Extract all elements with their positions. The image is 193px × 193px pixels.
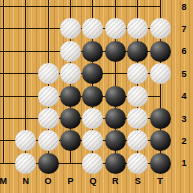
stone-white-N1[interactable]: [15, 153, 36, 174]
stone-white-Q1[interactable]: [82, 153, 103, 174]
stone-black-R3[interactable]: [105, 108, 126, 129]
row-label-7: 7: [181, 24, 186, 33]
stone-white-R7[interactable]: [105, 18, 126, 39]
stone-white-S3[interactable]: [127, 108, 148, 129]
stone-white-Q7[interactable]: [82, 18, 103, 39]
stone-white-Q2[interactable]: [82, 130, 103, 151]
stone-black-O1[interactable]: [38, 153, 59, 174]
row-label-5: 5: [181, 69, 186, 78]
stone-black-Q6[interactable]: [82, 41, 103, 62]
stone-white-S1[interactable]: [127, 153, 148, 174]
stone-black-T6[interactable]: [150, 41, 171, 62]
stone-white-T7[interactable]: [150, 18, 171, 39]
stone-black-R4[interactable]: [105, 86, 126, 107]
stone-black-Q5[interactable]: [82, 63, 103, 84]
stone-white-O4[interactable]: [38, 86, 59, 107]
stone-white-P6[interactable]: [60, 41, 81, 62]
row-label-6: 6: [181, 47, 186, 56]
col-label-M: M: [0, 176, 7, 185]
stone-black-R1[interactable]: [105, 153, 126, 174]
row-label-4: 4: [181, 92, 186, 101]
stone-white-Q3[interactable]: [82, 108, 103, 129]
col-label-Q: Q: [89, 176, 96, 185]
stone-white-P5[interactable]: [60, 63, 81, 84]
stone-black-P4[interactable]: [60, 86, 81, 107]
stone-black-R2[interactable]: [105, 130, 126, 151]
stone-black-T3[interactable]: [150, 108, 171, 129]
col-label-R: R: [112, 176, 119, 185]
stone-white-O2[interactable]: [38, 130, 59, 151]
stone-white-S2[interactable]: [127, 130, 148, 151]
stone-black-Q4[interactable]: [82, 86, 103, 107]
row-label-2: 2: [181, 136, 186, 145]
stone-white-S7[interactable]: [127, 18, 148, 39]
col-label-P: P: [67, 176, 73, 185]
stone-black-S6[interactable]: [127, 41, 148, 62]
stone-black-R6[interactable]: [105, 41, 126, 62]
row-label-8: 8: [181, 2, 186, 11]
col-label-T: T: [157, 176, 163, 185]
stone-white-T5[interactable]: [150, 63, 171, 84]
stone-white-O5[interactable]: [38, 63, 59, 84]
stone-black-T2[interactable]: [150, 130, 171, 151]
stone-black-P3[interactable]: [60, 108, 81, 129]
stone-white-S5[interactable]: [127, 63, 148, 84]
stone-white-S4[interactable]: [127, 86, 148, 107]
row-label-1: 1: [181, 159, 186, 168]
stone-white-N2[interactable]: [15, 130, 36, 151]
col-label-N: N: [22, 176, 29, 185]
stone-black-T1[interactable]: [150, 153, 171, 174]
go-board[interactable]: MNOPQRST87654321: [0, 0, 193, 193]
stone-white-O3[interactable]: [38, 108, 59, 129]
stone-black-P2[interactable]: [60, 130, 81, 151]
row-label-3: 3: [181, 114, 186, 123]
col-label-S: S: [135, 176, 141, 185]
col-label-O: O: [45, 176, 52, 185]
stone-white-P7[interactable]: [60, 18, 81, 39]
